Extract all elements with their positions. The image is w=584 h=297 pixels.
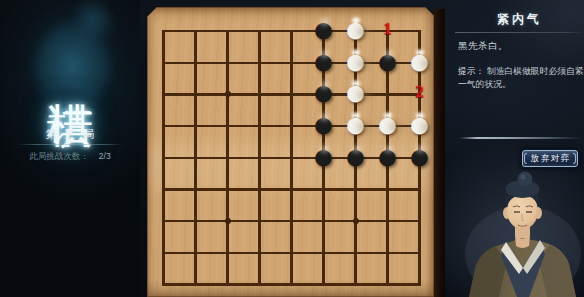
npc-bun-highlight xyxy=(521,175,526,180)
board-point[interactable] xyxy=(180,205,212,237)
board-point[interactable] xyxy=(180,47,212,79)
board-point[interactable] xyxy=(148,15,180,47)
board-point[interactable] xyxy=(180,269,212,297)
attempts-value: 2/3 xyxy=(99,151,111,161)
board-point[interactable] xyxy=(244,79,276,111)
board-point[interactable] xyxy=(308,205,340,237)
attempts-counter: 此局挑战次数：2/3 xyxy=(0,151,140,163)
move-label-2: 2 xyxy=(415,83,424,103)
puzzle-hint: 提示： 制造白棋做眼时必须自紧一气的状况。 xyxy=(458,65,584,91)
board-point[interactable] xyxy=(148,110,180,142)
npc-topknot-bun xyxy=(518,172,533,187)
black-stone: ● xyxy=(408,136,431,174)
board-point[interactable] xyxy=(244,205,276,237)
board-point[interactable] xyxy=(244,269,276,297)
board-point-occupied: ● xyxy=(340,142,372,174)
move-label-1: 1 xyxy=(383,19,392,39)
puzzle-title: 紧内气 xyxy=(455,11,584,28)
board-point[interactable] xyxy=(340,269,372,297)
board-point[interactable] xyxy=(212,47,244,79)
board-point[interactable] xyxy=(404,237,436,269)
board-point[interactable] xyxy=(340,237,372,269)
board-point[interactable] xyxy=(212,15,244,47)
round-label: 第三局 xyxy=(0,127,140,142)
board-point[interactable] xyxy=(148,269,180,297)
board-point[interactable] xyxy=(404,174,436,206)
board-point[interactable] xyxy=(372,205,404,237)
board-point[interactable] xyxy=(404,205,436,237)
board-point[interactable] xyxy=(372,237,404,269)
board-point[interactable] xyxy=(340,205,372,237)
forfeit-button[interactable]: 放弃对弈 xyxy=(522,150,578,167)
board-point[interactable] xyxy=(276,174,308,206)
hint-label: 提示： xyxy=(458,66,484,76)
board-point[interactable] xyxy=(148,79,180,111)
board-point[interactable] xyxy=(276,79,308,111)
black-stone: ● xyxy=(376,136,399,174)
board-point[interactable] xyxy=(212,205,244,237)
board-point[interactable] xyxy=(276,269,308,297)
board-point[interactable] xyxy=(148,47,180,79)
puzzle-info-panel: 紧内气 黑先杀白。 提示： 制造白棋做眼时必须自紧一气的状况。 xyxy=(455,0,584,91)
board-point[interactable] xyxy=(180,237,212,269)
board-point-occupied: ● xyxy=(404,142,436,174)
left-panel-divider xyxy=(17,144,123,145)
board-point[interactable] xyxy=(244,110,276,142)
black-stone: ● xyxy=(376,41,399,79)
board-point[interactable] xyxy=(148,174,180,206)
puzzle-mode-title: 诘棋 xyxy=(44,10,96,122)
stone-grid[interactable]: ●●1●●●●●●2●●●●●●●● xyxy=(148,15,436,297)
white-stone: ● xyxy=(408,41,431,79)
board-point[interactable] xyxy=(148,205,180,237)
board-point[interactable] xyxy=(276,205,308,237)
board-point[interactable] xyxy=(180,142,212,174)
board-point[interactable] xyxy=(308,237,340,269)
board-point[interactable] xyxy=(180,15,212,47)
board-point[interactable] xyxy=(340,174,372,206)
board-point[interactable] xyxy=(212,174,244,206)
board-point-occupied: ● xyxy=(372,47,404,79)
board-point-occupied: ● xyxy=(308,142,340,174)
board-side-edge xyxy=(434,9,445,297)
go-board[interactable]: ●●1●●●●●●2●●●●●●●● xyxy=(147,7,447,297)
board-point[interactable] xyxy=(372,174,404,206)
board-point[interactable] xyxy=(276,47,308,79)
board-point[interactable] xyxy=(180,79,212,111)
npc-portrait xyxy=(459,170,584,297)
board-point[interactable] xyxy=(308,269,340,297)
board-point-occupied: ● xyxy=(372,142,404,174)
left-panel: 诘棋 第三局 此局挑战次数：2/3 xyxy=(0,0,140,297)
board-point[interactable] xyxy=(308,174,340,206)
puzzle-objective: 黑先杀白。 xyxy=(458,40,584,53)
board-point[interactable] xyxy=(244,15,276,47)
board-point[interactable] xyxy=(148,237,180,269)
board-point[interactable] xyxy=(404,269,436,297)
puzzle-title-divider xyxy=(455,32,584,33)
board-point-occupied: ● xyxy=(404,47,436,79)
board-point[interactable] xyxy=(276,15,308,47)
attempts-label: 此局挑战次数： xyxy=(29,151,89,161)
action-divider xyxy=(460,137,582,139)
board-point[interactable] xyxy=(148,142,180,174)
board-point[interactable] xyxy=(244,47,276,79)
board-point[interactable] xyxy=(244,174,276,206)
board-point[interactable] xyxy=(372,269,404,297)
board-point[interactable] xyxy=(276,237,308,269)
board-point[interactable] xyxy=(180,174,212,206)
board-point[interactable] xyxy=(212,79,244,111)
board-surface[interactable]: ●●1●●●●●●2●●●●●●●● xyxy=(147,7,434,297)
board-point[interactable] xyxy=(180,110,212,142)
board-point[interactable] xyxy=(212,237,244,269)
board-point[interactable] xyxy=(212,269,244,297)
board-point[interactable] xyxy=(276,142,308,174)
black-stone: ● xyxy=(312,136,335,174)
board-point[interactable] xyxy=(276,110,308,142)
board-point[interactable] xyxy=(212,142,244,174)
board-point[interactable] xyxy=(244,237,276,269)
board-point[interactable] xyxy=(244,142,276,174)
board-point[interactable] xyxy=(212,110,244,142)
black-stone: ● xyxy=(344,136,367,174)
